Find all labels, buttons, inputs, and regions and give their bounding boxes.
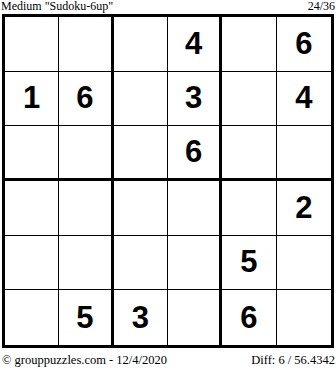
cell-r3c4[interactable]: 6 xyxy=(168,126,222,181)
cell-r6c1[interactable] xyxy=(5,290,59,345)
cell-r1c3[interactable] xyxy=(114,17,168,72)
cell-r1c6[interactable]: 6 xyxy=(277,17,331,72)
cell-r3c1[interactable] xyxy=(5,126,59,181)
cell-r6c4[interactable] xyxy=(168,290,222,345)
cell-r3c3[interactable] xyxy=(114,126,168,181)
sudoku-board: 461634625536 xyxy=(2,14,334,348)
cell-r6c2[interactable]: 5 xyxy=(59,290,113,345)
puzzle-title: Medium "Sudoku-6up" xyxy=(1,0,113,13)
cell-r2c2[interactable]: 6 xyxy=(59,72,113,127)
cell-r5c6[interactable] xyxy=(277,236,331,291)
cell-r4c3[interactable] xyxy=(114,181,168,236)
footer: © grouppuzzles.com - 12/4/2020 Diff: 6 /… xyxy=(2,352,335,368)
cell-r2c6[interactable]: 4 xyxy=(277,72,331,127)
cell-r3c6[interactable] xyxy=(277,126,331,181)
cell-r1c5[interactable] xyxy=(222,17,276,72)
cell-r4c4[interactable] xyxy=(168,181,222,236)
cell-r3c5[interactable] xyxy=(222,126,276,181)
cell-r4c6[interactable]: 2 xyxy=(277,181,331,236)
copyright-text: © grouppuzzles.com - 12/4/2020 xyxy=(2,353,167,368)
cell-r2c5[interactable] xyxy=(222,72,276,127)
cell-r5c2[interactable] xyxy=(59,236,113,291)
cell-r2c1[interactable]: 1 xyxy=(5,72,59,127)
cell-r5c5[interactable]: 5 xyxy=(222,236,276,291)
cell-r4c2[interactable] xyxy=(59,181,113,236)
header: Medium "Sudoku-6up" 24/36 xyxy=(1,0,335,13)
cell-r6c5[interactable]: 6 xyxy=(222,290,276,345)
cell-r4c1[interactable] xyxy=(5,181,59,236)
cell-r1c1[interactable] xyxy=(5,17,59,72)
cell-r3c2[interactable] xyxy=(59,126,113,181)
difficulty-text: Diff: 6 / 56.4342 xyxy=(251,353,335,368)
cell-r5c4[interactable] xyxy=(168,236,222,291)
cell-r2c3[interactable] xyxy=(114,72,168,127)
cell-r6c6[interactable] xyxy=(277,290,331,345)
cell-r1c4[interactable]: 4 xyxy=(168,17,222,72)
puzzle-page: Medium "Sudoku-6up" 24/36 461634625536 ©… xyxy=(0,0,336,370)
cell-r6c3[interactable]: 3 xyxy=(114,290,168,345)
cell-r2c4[interactable]: 3 xyxy=(168,72,222,127)
cell-r5c3[interactable] xyxy=(114,236,168,291)
cell-r4c5[interactable] xyxy=(222,181,276,236)
progress-counter: 24/36 xyxy=(308,0,335,13)
cell-r1c2[interactable] xyxy=(59,17,113,72)
cell-r5c1[interactable] xyxy=(5,236,59,291)
